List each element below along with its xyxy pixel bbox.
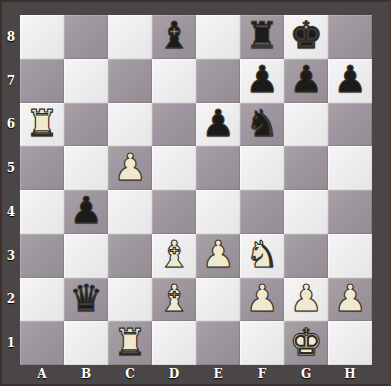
file-label-f: F <box>240 365 284 382</box>
piece-black-bishop[interactable]: ♝ <box>157 17 190 54</box>
piece-white-knight[interactable]: ♞ <box>245 236 278 273</box>
piece-black-pawn[interactable]: ♟ <box>69 192 102 229</box>
square-f5[interactable] <box>240 146 284 190</box>
piece-white-rook[interactable]: ♜ <box>113 324 146 361</box>
piece-black-pawn[interactable]: ♟ <box>201 105 234 142</box>
square-f4[interactable] <box>240 190 284 234</box>
file-label-g: G <box>284 365 328 382</box>
square-b7[interactable] <box>64 59 108 103</box>
square-g5[interactable] <box>284 146 328 190</box>
piece-white-king[interactable]: ♚ <box>289 324 322 361</box>
chess-board-frame: ♝♜♚♟♟♟♜♟♞♟♟♝♟♞♛♝♟♟♟♜♚ 87654321 ABCDEFGH <box>0 0 391 386</box>
file-label-h: H <box>328 365 372 382</box>
piece-black-queen[interactable]: ♛ <box>69 280 102 317</box>
square-h4[interactable] <box>328 190 372 234</box>
square-a1[interactable] <box>20 321 64 365</box>
piece-black-pawn[interactable]: ♟ <box>289 61 322 98</box>
piece-black-pawn[interactable]: ♟ <box>333 61 366 98</box>
chess-board: ♝♜♚♟♟♟♜♟♞♟♟♝♟♞♛♝♟♟♟♜♚ <box>20 15 372 365</box>
rank-label-2: 2 <box>2 278 20 322</box>
square-e3[interactable]: ♟ <box>196 234 240 278</box>
piece-white-pawn[interactable]: ♟ <box>201 236 234 273</box>
square-h5[interactable] <box>328 146 372 190</box>
square-f7[interactable]: ♟ <box>240 59 284 103</box>
piece-white-pawn[interactable]: ♟ <box>333 280 366 317</box>
square-b4[interactable]: ♟ <box>64 190 108 234</box>
square-h8[interactable] <box>328 15 372 59</box>
square-b1[interactable] <box>64 321 108 365</box>
square-f6[interactable]: ♞ <box>240 103 284 147</box>
file-label-c: C <box>108 365 152 382</box>
square-g7[interactable]: ♟ <box>284 59 328 103</box>
file-label-a: A <box>20 365 64 382</box>
square-f3[interactable]: ♞ <box>240 234 284 278</box>
rank-label-3: 3 <box>2 234 20 278</box>
square-c8[interactable] <box>108 15 152 59</box>
square-d2[interactable]: ♝ <box>152 278 196 322</box>
square-a5[interactable] <box>20 146 64 190</box>
square-e5[interactable] <box>196 146 240 190</box>
square-b6[interactable] <box>64 103 108 147</box>
square-a4[interactable] <box>20 190 64 234</box>
square-h3[interactable] <box>328 234 372 278</box>
square-h2[interactable]: ♟ <box>328 278 372 322</box>
rank-label-1: 1 <box>2 321 20 365</box>
piece-white-bishop[interactable]: ♝ <box>157 280 190 317</box>
square-h7[interactable]: ♟ <box>328 59 372 103</box>
square-b3[interactable] <box>64 234 108 278</box>
square-c6[interactable] <box>108 103 152 147</box>
piece-black-knight[interactable]: ♞ <box>245 105 278 142</box>
square-d3[interactable]: ♝ <box>152 234 196 278</box>
square-e8[interactable] <box>196 15 240 59</box>
square-d6[interactable] <box>152 103 196 147</box>
rank-label-7: 7 <box>2 59 20 103</box>
square-g2[interactable]: ♟ <box>284 278 328 322</box>
square-d1[interactable] <box>152 321 196 365</box>
square-a3[interactable] <box>20 234 64 278</box>
square-c2[interactable] <box>108 278 152 322</box>
square-h1[interactable] <box>328 321 372 365</box>
square-d7[interactable] <box>152 59 196 103</box>
square-g4[interactable] <box>284 190 328 234</box>
square-f8[interactable]: ♜ <box>240 15 284 59</box>
square-f1[interactable] <box>240 321 284 365</box>
square-e6[interactable]: ♟ <box>196 103 240 147</box>
square-e7[interactable] <box>196 59 240 103</box>
file-labels: ABCDEFGH <box>20 365 372 382</box>
piece-white-bishop[interactable]: ♝ <box>157 236 190 273</box>
square-c7[interactable] <box>108 59 152 103</box>
rank-label-8: 8 <box>2 15 20 59</box>
square-g3[interactable] <box>284 234 328 278</box>
square-c1[interactable]: ♜ <box>108 321 152 365</box>
square-d5[interactable] <box>152 146 196 190</box>
square-c4[interactable] <box>108 190 152 234</box>
file-label-b: B <box>64 365 108 382</box>
square-b2[interactable]: ♛ <box>64 278 108 322</box>
square-b8[interactable] <box>64 15 108 59</box>
square-d8[interactable]: ♝ <box>152 15 196 59</box>
square-e4[interactable] <box>196 190 240 234</box>
square-a2[interactable] <box>20 278 64 322</box>
piece-black-king[interactable]: ♚ <box>289 17 322 54</box>
square-e2[interactable] <box>196 278 240 322</box>
piece-black-pawn[interactable]: ♟ <box>245 61 278 98</box>
square-a8[interactable] <box>20 15 64 59</box>
piece-white-rook[interactable]: ♜ <box>25 105 58 142</box>
square-c3[interactable] <box>108 234 152 278</box>
square-g6[interactable] <box>284 103 328 147</box>
square-g1[interactable]: ♚ <box>284 321 328 365</box>
file-label-d: D <box>152 365 196 382</box>
square-f2[interactable]: ♟ <box>240 278 284 322</box>
piece-white-pawn[interactable]: ♟ <box>289 280 322 317</box>
piece-white-pawn[interactable]: ♟ <box>113 149 146 186</box>
file-label-e: E <box>196 365 240 382</box>
square-h6[interactable] <box>328 103 372 147</box>
square-c5[interactable]: ♟ <box>108 146 152 190</box>
square-a7[interactable] <box>20 59 64 103</box>
square-d4[interactable] <box>152 190 196 234</box>
piece-black-rook[interactable]: ♜ <box>245 17 278 54</box>
rank-label-5: 5 <box>2 146 20 190</box>
rank-label-6: 6 <box>2 103 20 147</box>
piece-white-pawn[interactable]: ♟ <box>245 280 278 317</box>
rank-label-4: 4 <box>2 190 20 234</box>
square-e1[interactable] <box>196 321 240 365</box>
square-b5[interactable] <box>64 146 108 190</box>
square-g8[interactable]: ♚ <box>284 15 328 59</box>
square-a6[interactable]: ♜ <box>20 103 64 147</box>
